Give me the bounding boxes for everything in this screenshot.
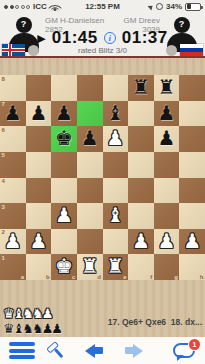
- bottom-toolbar: 1: [0, 337, 205, 364]
- square-h5[interactable]: [179, 152, 205, 178]
- to-move-indicator-icon: ▶: [37, 32, 45, 45]
- square-c5[interactable]: [51, 152, 77, 178]
- square-h8[interactable]: [179, 75, 205, 101]
- square-h4[interactable]: [179, 178, 205, 204]
- chat-button[interactable]: 1: [169, 337, 199, 364]
- square-a1[interactable]: 1a: [0, 254, 26, 280]
- square-a5[interactable]: 5: [0, 152, 26, 178]
- rank-label: 1: [2, 255, 5, 261]
- square-d8[interactable]: [77, 75, 103, 101]
- piece-black-pawn-a7[interactable]: ♟: [0, 101, 26, 127]
- square-c2[interactable]: [51, 229, 77, 255]
- square-b3[interactable]: [26, 203, 52, 229]
- piece-white-pawn-c3[interactable]: ♟: [51, 203, 77, 229]
- white-player-name: GM H-Danielsen: [45, 16, 104, 25]
- piece-white-king-c1[interactable]: ♚: [51, 254, 77, 280]
- square-a7[interactable]: 7♟: [0, 101, 26, 127]
- russia-flag-icon: [180, 44, 203, 56]
- square-f3[interactable]: [128, 203, 154, 229]
- chat-badge: 1: [189, 339, 200, 350]
- square-b5[interactable]: [26, 152, 52, 178]
- square-g5[interactable]: [154, 152, 180, 178]
- piece-white-pawn-a2[interactable]: ♟: [0, 229, 26, 255]
- piece-white-pawn-g2[interactable]: ♟: [154, 229, 180, 255]
- ios-status-bar: ICC 12:55 PM 34%: [0, 0, 205, 13]
- white-lag-indicator: [28, 45, 39, 56]
- square-g7[interactable]: ♟: [154, 101, 180, 127]
- piece-black-pawn-b7[interactable]: ♟: [26, 101, 52, 127]
- file-label: h: [200, 274, 204, 280]
- square-d5[interactable]: [77, 152, 103, 178]
- white-clock: 01:45: [52, 28, 98, 48]
- rank-label: 6: [2, 127, 5, 133]
- square-h6[interactable]: [179, 126, 205, 152]
- square-f7[interactable]: [128, 101, 154, 127]
- black-lag-indicator: [166, 45, 177, 56]
- rank-label: 5: [2, 152, 5, 158]
- file-label: g: [174, 274, 178, 280]
- square-f4[interactable]: [128, 178, 154, 204]
- square-b1[interactable]: b: [26, 254, 52, 280]
- square-e6[interactable]: ♟: [103, 126, 129, 152]
- rank-label: 3: [2, 204, 5, 210]
- menu-button[interactable]: [8, 337, 36, 364]
- battery-icon: [185, 3, 201, 11]
- square-d3[interactable]: [77, 203, 103, 229]
- file-label: a: [21, 274, 24, 280]
- piece-white-pawn-h2[interactable]: ♟: [179, 229, 205, 255]
- square-c8[interactable]: [51, 75, 77, 101]
- gavel-icon: [42, 336, 70, 364]
- square-f6[interactable]: [128, 126, 154, 152]
- square-c6[interactable]: ♚: [51, 126, 77, 152]
- captured-piece: ♟: [51, 321, 61, 336]
- square-c4[interactable]: [51, 178, 77, 204]
- square-g8[interactable]: ♜: [154, 75, 180, 101]
- square-b6[interactable]: [26, 126, 52, 152]
- file-label: f: [150, 274, 152, 280]
- piece-white-pawn-b2[interactable]: ♟: [26, 229, 52, 255]
- square-f2[interactable]: ♟: [128, 229, 154, 255]
- square-e5[interactable]: [103, 152, 129, 178]
- piece-black-pawn-g6[interactable]: ♟: [154, 126, 180, 152]
- iceland-flag-icon: [2, 44, 25, 56]
- piece-white-bishop-e3[interactable]: ♝: [103, 203, 129, 229]
- square-g3[interactable]: [154, 203, 180, 229]
- back-move-button[interactable]: [82, 337, 106, 364]
- square-e3[interactable]: ♝: [103, 203, 129, 229]
- move-list[interactable]: 17. Qe6+ Qxe6 18. dx...: [108, 317, 202, 327]
- captured-piece: ♞: [22, 321, 32, 336]
- captured-piece: ♛: [3, 321, 13, 336]
- square-e2[interactable]: [103, 229, 129, 255]
- square-b2[interactable]: ♟: [26, 229, 52, 255]
- square-c3[interactable]: ♟: [51, 203, 77, 229]
- piece-black-king-c6[interactable]: ♚: [51, 126, 77, 152]
- chess-board[interactable]: 8♜♜7♟♟♟♝♟6♚♟♟♟543♟♝2♟♟♟♟♟1abc♚d♜e♜fgh: [0, 75, 205, 280]
- captured-piece: ♟: [42, 321, 52, 336]
- square-g6[interactable]: ♟: [154, 126, 180, 152]
- square-f8[interactable]: ♜: [128, 75, 154, 101]
- square-f1[interactable]: f: [128, 254, 154, 280]
- square-d1[interactable]: d♜: [77, 254, 103, 280]
- captured-piece: ♞: [32, 321, 42, 336]
- piece-black-rook-g8[interactable]: ♜: [154, 75, 180, 101]
- piece-white-pawn-f2[interactable]: ♟: [128, 229, 154, 255]
- captured-piece: ♝: [13, 306, 23, 321]
- square-a2[interactable]: 2♟: [0, 229, 26, 255]
- square-c7[interactable]: ♟: [51, 101, 77, 127]
- chess-app-window: ICC 12:55 PM 34% ? ? GM H-Danielsen 2852…: [0, 0, 205, 364]
- square-h3[interactable]: [179, 203, 205, 229]
- square-b7[interactable]: ♟: [26, 101, 52, 127]
- square-d6[interactable]: ♟: [77, 126, 103, 152]
- square-a3[interactable]: 3: [0, 203, 26, 229]
- square-e4[interactable]: [103, 178, 129, 204]
- file-label: b: [46, 274, 50, 280]
- captured-white-pieces: ♛♝♞♞♟: [3, 305, 61, 320]
- piece-white-pawn-e6[interactable]: ♟: [103, 126, 129, 152]
- black-clock: 01:37: [122, 28, 168, 48]
- square-e8[interactable]: [103, 75, 129, 101]
- rank-label: 4: [2, 178, 5, 184]
- black-player-name: GM Dreev: [124, 16, 160, 25]
- piece-black-pawn-c7[interactable]: ♟: [51, 101, 77, 127]
- game-header: ICC 12:55 PM 34% ? ? GM H-Danielsen 2852…: [0, 0, 205, 56]
- piece-black-pawn-d6[interactable]: ♟: [77, 126, 103, 152]
- square-b4[interactable]: [26, 178, 52, 204]
- piece-black-bishop-e7[interactable]: ♝: [103, 101, 129, 127]
- piece-white-rook-e1[interactable]: ♜: [103, 254, 129, 280]
- captured-pieces-tray: ♛♝♞♞♟ ♛♝♞♞♟♟: [3, 305, 61, 335]
- status-time: 12:55 PM: [0, 2, 205, 11]
- square-g1[interactable]: g: [154, 254, 180, 280]
- square-a8[interactable]: 8: [0, 75, 26, 101]
- square-g2[interactable]: ♟: [154, 229, 180, 255]
- square-d2[interactable]: [77, 229, 103, 255]
- captured-piece: ♞: [22, 306, 32, 321]
- captured-piece: ♟: [42, 306, 52, 321]
- square-e1[interactable]: e♜: [103, 254, 129, 280]
- square-h7[interactable]: [179, 101, 205, 127]
- forward-move-button[interactable]: [122, 337, 146, 364]
- square-h2[interactable]: ♟: [179, 229, 205, 255]
- captured-piece: ♛: [3, 306, 13, 321]
- captured-piece: ♞: [32, 306, 42, 321]
- square-d7[interactable]: [77, 101, 103, 127]
- square-a6[interactable]: 6: [0, 126, 26, 152]
- square-h1[interactable]: h: [179, 254, 205, 280]
- captured-black-pieces: ♛♝♞♞♟♟: [3, 320, 61, 335]
- square-e7[interactable]: ♝: [103, 101, 129, 127]
- rank-label: 8: [2, 76, 5, 82]
- square-g4[interactable]: [154, 178, 180, 204]
- captured-piece: ♝: [13, 321, 23, 336]
- piece-black-rook-f8[interactable]: ♜: [128, 75, 154, 101]
- header-divider: [0, 56, 205, 58]
- gavel-button[interactable]: [44, 337, 68, 364]
- square-b8[interactable]: [26, 75, 52, 101]
- left-arrow-icon: [85, 344, 103, 358]
- piece-white-rook-d1[interactable]: ♜: [77, 254, 103, 280]
- square-d4[interactable]: [77, 178, 103, 204]
- info-icon[interactable]: i: [104, 32, 116, 44]
- square-c1[interactable]: c♚: [51, 254, 77, 280]
- piece-black-pawn-g7[interactable]: ♟: [154, 101, 180, 127]
- square-f5[interactable]: [128, 152, 154, 178]
- right-arrow-icon: [125, 344, 143, 358]
- square-a4[interactable]: 4: [0, 178, 26, 204]
